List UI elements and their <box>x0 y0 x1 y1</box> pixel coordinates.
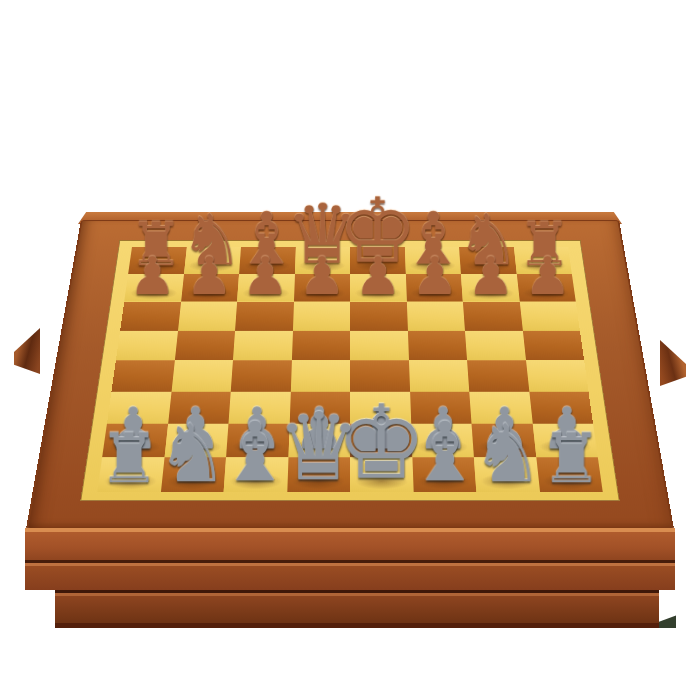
copper-pawn-piece[interactable]: ♟ <box>524 252 571 300</box>
square-e6[interactable] <box>350 302 407 331</box>
square-h7[interactable]: ♟ <box>516 274 575 302</box>
square-e5[interactable] <box>350 330 409 360</box>
square-a6[interactable] <box>120 302 181 331</box>
product-photo-scene: ♜♞♝♛♚♝♞♜♟♟♟♟♟♟♟♟♟♟♟♟♟♟♟♟♜♞♝♛♚♝♞♜ <box>0 0 700 700</box>
silver-rook-piece[interactable]: ♜ <box>98 427 159 490</box>
square-d1[interactable]: ♛ <box>287 457 350 492</box>
square-d6[interactable] <box>293 302 350 331</box>
square-h4[interactable] <box>526 360 589 391</box>
silver-knight-piece[interactable]: ♞ <box>156 416 228 490</box>
square-b1[interactable]: ♞ <box>160 457 226 492</box>
copper-pawn-piece[interactable]: ♟ <box>185 252 232 300</box>
copper-pawn-piece[interactable]: ♟ <box>242 252 289 300</box>
square-h6[interactable] <box>519 302 580 331</box>
square-g6[interactable] <box>463 302 523 331</box>
square-a4[interactable] <box>111 360 174 391</box>
square-d7[interactable]: ♟ <box>294 274 350 302</box>
board-border-strip: ♜♞♝♛♚♝♞♜♟♟♟♟♟♟♟♟♟♟♟♟♟♟♟♟♜♞♝♛♚♝♞♜ <box>80 240 620 500</box>
square-h1[interactable]: ♜ <box>536 457 603 492</box>
box-front-molding <box>25 528 675 628</box>
copper-pawn-piece[interactable]: ♟ <box>467 252 514 300</box>
lid-notch-right <box>660 340 686 386</box>
board-stage: ♜♞♝♛♚♝♞♜♟♟♟♟♟♟♟♟♟♟♟♟♟♟♟♟♜♞♝♛♚♝♞♜ <box>26 220 674 529</box>
silver-knight-piece[interactable]: ♞ <box>472 416 544 490</box>
silver-rook-piece[interactable]: ♜ <box>540 427 601 490</box>
square-c6[interactable] <box>235 302 293 331</box>
square-c4[interactable] <box>231 360 292 391</box>
square-g5[interactable] <box>465 330 526 360</box>
square-c7[interactable]: ♟ <box>237 274 294 302</box>
silver-bishop-piece[interactable]: ♝ <box>408 415 482 491</box>
square-a5[interactable] <box>116 330 178 360</box>
square-f1[interactable]: ♝ <box>412 457 476 492</box>
square-f5[interactable] <box>407 330 467 360</box>
board-grid: ♜♞♝♛♚♝♞♜♟♟♟♟♟♟♟♟♟♟♟♟♟♟♟♟♜♞♝♛♚♝♞♜ <box>97 247 602 492</box>
square-h5[interactable] <box>522 330 584 360</box>
square-e7[interactable]: ♟ <box>350 274 406 302</box>
copper-pawn-piece[interactable]: ♟ <box>355 252 402 300</box>
square-g7[interactable]: ♟ <box>461 274 519 302</box>
square-b5[interactable] <box>174 330 235 360</box>
board-frame: ♜♞♝♛♚♝♞♜♟♟♟♟♟♟♟♟♟♟♟♟♟♟♟♟♜♞♝♛♚♝♞♜ <box>26 220 674 529</box>
copper-pawn-piece[interactable]: ♟ <box>129 252 176 300</box>
square-g1[interactable]: ♞ <box>474 457 540 492</box>
square-f7[interactable]: ♟ <box>405 274 462 302</box>
square-d5[interactable] <box>291 330 350 360</box>
square-b7[interactable]: ♟ <box>181 274 239 302</box>
square-a1[interactable]: ♜ <box>97 457 164 492</box>
copper-pawn-piece[interactable]: ♟ <box>298 252 345 300</box>
square-b6[interactable] <box>178 302 238 331</box>
square-c5[interactable] <box>233 330 293 360</box>
square-a7[interactable]: ♟ <box>124 274 183 302</box>
lid-notch-left <box>14 328 40 374</box>
square-b4[interactable] <box>171 360 233 391</box>
square-f6[interactable] <box>406 302 464 331</box>
silver-queen-piece[interactable]: ♛ <box>276 404 360 490</box>
copper-pawn-piece[interactable]: ♟ <box>411 252 458 300</box>
square-g4[interactable] <box>467 360 529 391</box>
